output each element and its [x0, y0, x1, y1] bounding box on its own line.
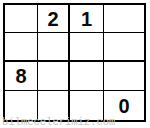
- cell-r3c1: 8: [5, 62, 38, 91]
- cell-r3c3[interactable]: [70, 62, 104, 91]
- puzzle-board: 2 1 8 0: [3, 3, 146, 122]
- cell-r2c3[interactable]: [70, 33, 104, 62]
- cell-r2c2[interactable]: [38, 33, 70, 62]
- cell-r3c2[interactable]: [38, 62, 70, 91]
- cell-r1c1[interactable]: [5, 5, 38, 33]
- cell-r2c1[interactable]: [5, 33, 38, 62]
- cell-r1c4[interactable]: [104, 5, 144, 33]
- cell-r1c2: 2: [38, 5, 70, 33]
- watermark-text: bilmecelerimiz.com: [2, 117, 115, 128]
- cell-r3c4[interactable]: [104, 62, 144, 91]
- cell-r1c3: 1: [70, 5, 104, 33]
- cell-r2c4[interactable]: [104, 33, 144, 62]
